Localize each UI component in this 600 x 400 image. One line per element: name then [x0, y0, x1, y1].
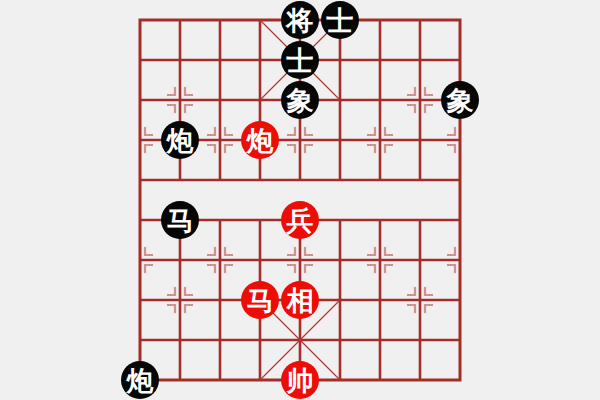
- piece-red-cannon[interactable]: 炮: [241, 121, 279, 159]
- piece-black-general[interactable]: 将: [281, 1, 319, 39]
- piece-black-cannon-1[interactable]: 炮: [161, 121, 199, 159]
- piece-black-horse[interactable]: 马: [161, 201, 199, 239]
- piece-red-general[interactable]: 帅: [281, 361, 319, 399]
- piece-black-advisor-1[interactable]: 士: [321, 1, 359, 39]
- pieces-layer: 将士士象象炮炮马兵马相炮帅: [120, 0, 480, 400]
- piece-red-soldier[interactable]: 兵: [281, 201, 319, 239]
- piece-black-cannon-2[interactable]: 炮: [121, 361, 159, 399]
- piece-black-elephant-2[interactable]: 象: [441, 81, 479, 119]
- xiangqi-board: 将士士象象炮炮马兵马相炮帅: [0, 0, 600, 400]
- piece-red-horse[interactable]: 马: [241, 281, 279, 319]
- piece-black-elephant-1[interactable]: 象: [281, 81, 319, 119]
- piece-red-elephant[interactable]: 相: [281, 281, 319, 319]
- piece-black-advisor-2[interactable]: 士: [281, 41, 319, 79]
